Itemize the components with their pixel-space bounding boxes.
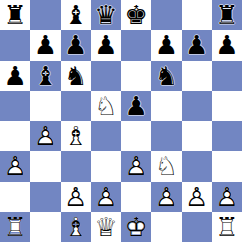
black-pawn-piece[interactable]: ♟ — [212, 30, 242, 60]
black-king-glyph: ♚ — [124, 2, 147, 28]
black-queen-piece[interactable]: ♛ — [91, 0, 121, 30]
white-knight-piece[interactable]: ♞♘ — [151, 151, 181, 181]
white-pawn-piece[interactable]: ♟♙ — [182, 182, 212, 212]
black-bishop-glyph: ♝ — [34, 63, 57, 89]
square-a6[interactable]: ♟ — [0, 61, 30, 91]
black-pawn-piece[interactable]: ♟ — [30, 30, 60, 60]
square-g6[interactable] — [182, 61, 212, 91]
square-g2[interactable]: ♟♙ — [182, 182, 212, 212]
square-e7[interactable] — [121, 30, 151, 60]
square-g4[interactable] — [182, 121, 212, 151]
square-d2[interactable]: ♟♙ — [91, 182, 121, 212]
white-knight-outline: ♘ — [94, 93, 117, 119]
square-e5[interactable]: ♟ — [121, 91, 151, 121]
black-pawn-glyph: ♟ — [215, 32, 238, 58]
white-pawn-piece[interactable]: ♟♙ — [61, 182, 91, 212]
black-knight-piece[interactable]: ♞ — [151, 61, 181, 91]
white-bishop-outline: ♗ — [64, 123, 87, 149]
black-pawn-glyph: ♟ — [94, 32, 117, 58]
square-d5[interactable]: ♞♘ — [91, 91, 121, 121]
square-b7[interactable]: ♟ — [30, 30, 60, 60]
square-b2[interactable] — [30, 182, 60, 212]
square-h5[interactable] — [212, 91, 242, 121]
black-bishop-piece[interactable]: ♝ — [30, 61, 60, 91]
square-h1[interactable]: ♜♖ — [212, 212, 242, 242]
square-a5[interactable] — [0, 91, 30, 121]
square-b4[interactable]: ♟♙ — [30, 121, 60, 151]
black-pawn-piece[interactable]: ♟ — [91, 30, 121, 60]
black-pawn-piece[interactable]: ♟ — [151, 30, 181, 60]
white-pawn-outline: ♙ — [215, 184, 238, 210]
square-c6[interactable]: ♞ — [61, 61, 91, 91]
white-pawn-piece[interactable]: ♟♙ — [0, 151, 30, 181]
square-f1[interactable] — [151, 212, 181, 242]
square-c2[interactable]: ♟♙ — [61, 182, 91, 212]
square-d3[interactable] — [91, 151, 121, 181]
square-c1[interactable]: ♝♗ — [61, 212, 91, 242]
square-h4[interactable] — [212, 121, 242, 151]
black-pawn-piece[interactable]: ♟ — [0, 61, 30, 91]
square-h2[interactable]: ♟♙ — [212, 182, 242, 212]
square-c5[interactable] — [61, 91, 91, 121]
white-rook-piece[interactable]: ♜♖ — [212, 212, 242, 242]
white-pawn-piece[interactable]: ♟♙ — [91, 182, 121, 212]
black-pawn-glyph: ♟ — [185, 32, 208, 58]
square-g7[interactable]: ♟ — [182, 30, 212, 60]
white-rook-outline: ♖ — [215, 214, 238, 240]
white-queen-outline: ♕ — [94, 214, 117, 240]
square-c3[interactable] — [61, 151, 91, 181]
white-pawn-outline: ♙ — [64, 184, 87, 210]
square-d6[interactable] — [91, 61, 121, 91]
square-b5[interactable] — [30, 91, 60, 121]
square-d1[interactable]: ♛♕ — [91, 212, 121, 242]
white-bishop-piece[interactable]: ♝♗ — [61, 212, 91, 242]
white-pawn-outline: ♙ — [185, 184, 208, 210]
square-c4[interactable]: ♝♗ — [61, 121, 91, 151]
black-pawn-piece[interactable]: ♟ — [182, 30, 212, 60]
black-knight-glyph: ♞ — [64, 63, 87, 89]
square-e3[interactable]: ♟♙ — [121, 151, 151, 181]
black-pawn-glyph: ♟ — [155, 32, 178, 58]
black-pawn-glyph: ♟ — [124, 93, 147, 119]
black-rook-glyph: ♜ — [3, 2, 26, 28]
white-pawn-piece[interactable]: ♟♙ — [151, 182, 181, 212]
white-bishop-outline: ♗ — [64, 214, 87, 240]
black-rook-piece[interactable]: ♜ — [0, 0, 30, 30]
black-pawn-glyph: ♟ — [34, 32, 57, 58]
white-queen-piece[interactable]: ♛♕ — [91, 212, 121, 242]
square-h6[interactable] — [212, 61, 242, 91]
square-a8[interactable]: ♜ — [0, 0, 30, 30]
square-c8[interactable]: ♝ — [61, 0, 91, 30]
square-f6[interactable]: ♞ — [151, 61, 181, 91]
black-pawn-glyph: ♟ — [3, 63, 26, 89]
chess-board[interactable]: ♜♝♛♚♜♟♟♟♟♟♟♟♝♞♞♞♘♟♟♙♝♗♟♙♟♙♞♘♟♙♟♙♟♙♟♙♟♙♜♖… — [0, 0, 242, 242]
black-pawn-piece[interactable]: ♟ — [121, 91, 151, 121]
white-pawn-piece[interactable]: ♟♙ — [30, 121, 60, 151]
square-e6[interactable] — [121, 61, 151, 91]
square-b1[interactable] — [30, 212, 60, 242]
black-rook-piece[interactable]: ♜ — [212, 0, 242, 30]
square-e8[interactable]: ♚ — [121, 0, 151, 30]
white-bishop-piece[interactable]: ♝♗ — [61, 121, 91, 151]
square-a4[interactable] — [0, 121, 30, 151]
white-rook-piece[interactable]: ♜♖ — [0, 212, 30, 242]
square-g3[interactable] — [182, 151, 212, 181]
square-b6[interactable]: ♝ — [30, 61, 60, 91]
square-f2[interactable]: ♟♙ — [151, 182, 181, 212]
white-pawn-piece[interactable]: ♟♙ — [121, 151, 151, 181]
square-c7[interactable]: ♟ — [61, 30, 91, 60]
square-f7[interactable]: ♟ — [151, 30, 181, 60]
white-pawn-outline: ♙ — [94, 184, 117, 210]
square-f3[interactable]: ♞♘ — [151, 151, 181, 181]
black-bishop-piece[interactable]: ♝ — [61, 0, 91, 30]
white-pawn-outline: ♙ — [34, 123, 57, 149]
square-d7[interactable]: ♟ — [91, 30, 121, 60]
square-f5[interactable] — [151, 91, 181, 121]
black-rook-glyph: ♜ — [215, 2, 238, 28]
white-king-piece[interactable]: ♚♔ — [121, 212, 151, 242]
square-g1[interactable] — [182, 212, 212, 242]
square-h7[interactable]: ♟ — [212, 30, 242, 60]
square-b3[interactable] — [30, 151, 60, 181]
square-e1[interactable]: ♚♔ — [121, 212, 151, 242]
square-a1[interactable]: ♜♖ — [0, 212, 30, 242]
white-king-outline: ♔ — [124, 214, 147, 240]
square-a7[interactable] — [0, 30, 30, 60]
square-g5[interactable] — [182, 91, 212, 121]
black-pawn-glyph: ♟ — [64, 32, 87, 58]
square-d4[interactable] — [91, 121, 121, 151]
square-e4[interactable] — [121, 121, 151, 151]
white-knight-outline: ♘ — [155, 153, 178, 179]
black-queen-glyph: ♛ — [94, 2, 117, 28]
black-pawn-piece[interactable]: ♟ — [61, 30, 91, 60]
square-b8[interactable] — [30, 0, 60, 30]
black-king-piece[interactable]: ♚ — [121, 0, 151, 30]
square-f8[interactable] — [151, 0, 181, 30]
white-pawn-outline: ♙ — [124, 153, 147, 179]
square-e2[interactable] — [121, 182, 151, 212]
black-knight-piece[interactable]: ♞ — [61, 61, 91, 91]
square-h3[interactable] — [212, 151, 242, 181]
white-pawn-piece[interactable]: ♟♙ — [212, 182, 242, 212]
square-g8[interactable] — [182, 0, 212, 30]
square-a2[interactable] — [0, 182, 30, 212]
white-pawn-outline: ♙ — [155, 184, 178, 210]
white-knight-piece[interactable]: ♞♘ — [91, 91, 121, 121]
square-h8[interactable]: ♜ — [212, 0, 242, 30]
square-f4[interactable] — [151, 121, 181, 151]
white-pawn-outline: ♙ — [3, 153, 26, 179]
square-d8[interactable]: ♛ — [91, 0, 121, 30]
black-knight-glyph: ♞ — [155, 63, 178, 89]
white-rook-outline: ♖ — [3, 214, 26, 240]
black-bishop-glyph: ♝ — [64, 2, 87, 28]
square-a3[interactable]: ♟♙ — [0, 151, 30, 181]
